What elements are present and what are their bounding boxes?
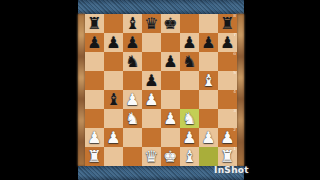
square-d3[interactable] xyxy=(142,109,161,128)
square-g5[interactable]: ♝ xyxy=(199,71,218,90)
square-a4[interactable] xyxy=(85,90,104,109)
black-pawn-g7[interactable]: ♟ xyxy=(199,33,218,52)
white-pawn-d4[interactable]: ♟ xyxy=(142,90,161,109)
square-f2[interactable]: ♟ xyxy=(180,128,199,147)
rank-label-7: 7 xyxy=(233,33,236,37)
square-g6[interactable] xyxy=(199,52,218,71)
square-a3[interactable] xyxy=(85,109,104,128)
square-b7[interactable]: ♟ xyxy=(104,33,123,52)
white-bishop-g5[interactable]: ♝ xyxy=(199,71,218,90)
square-h6[interactable]: 6 xyxy=(218,52,237,71)
square-h3[interactable]: 3 xyxy=(218,109,237,128)
square-e5[interactable] xyxy=(161,71,180,90)
rank-label-3: 3 xyxy=(233,109,236,113)
square-a2[interactable]: ♟ xyxy=(85,128,104,147)
square-e7[interactable] xyxy=(161,33,180,52)
square-d8[interactable]: ♛ xyxy=(142,14,161,33)
square-e8[interactable]: ♚ xyxy=(161,14,180,33)
square-g4[interactable] xyxy=(199,90,218,109)
square-e4[interactable] xyxy=(161,90,180,109)
square-a1[interactable]: ♜ xyxy=(85,147,104,166)
square-c2[interactable] xyxy=(123,128,142,147)
black-knight-f6[interactable]: ♞ xyxy=(180,52,199,71)
black-queen-d8[interactable]: ♛ xyxy=(142,14,161,33)
square-f3[interactable]: ♞ xyxy=(180,109,199,128)
square-a6[interactable] xyxy=(85,52,104,71)
square-e2[interactable] xyxy=(161,128,180,147)
video-frame: ♜♝♛♚♜8♟♟♟♟♟♟7♞♟♞6♟♝5♝♟♟4♞♟♞3♟♟♟♟♟2♜♛♚♝♜1… xyxy=(0,0,320,180)
square-b8[interactable] xyxy=(104,14,123,33)
square-h8[interactable]: ♜8 xyxy=(218,14,237,33)
square-b2[interactable]: ♟ xyxy=(104,128,123,147)
square-b5[interactable] xyxy=(104,71,123,90)
square-c7[interactable]: ♟ xyxy=(123,33,142,52)
white-pawn-b2[interactable]: ♟ xyxy=(104,128,123,147)
square-d2[interactable] xyxy=(142,128,161,147)
square-g7[interactable]: ♟ xyxy=(199,33,218,52)
inshot-watermark: InShot xyxy=(214,165,249,175)
chess-board[interactable]: ♜♝♛♚♜8♟♟♟♟♟♟7♞♟♞6♟♝5♝♟♟4♞♟♞3♟♟♟♟♟2♜♛♚♝♜1 xyxy=(85,14,237,166)
square-g1[interactable] xyxy=(199,147,218,166)
black-pawn-b7[interactable]: ♟ xyxy=(104,33,123,52)
black-bishop-b4[interactable]: ♝ xyxy=(104,90,123,109)
square-g3[interactable] xyxy=(199,109,218,128)
square-c3[interactable]: ♞ xyxy=(123,109,142,128)
black-pawn-a7[interactable]: ♟ xyxy=(85,33,104,52)
rank-label-1: 1 xyxy=(233,147,236,151)
square-h7[interactable]: ♟7 xyxy=(218,33,237,52)
square-h1[interactable]: ♜1 xyxy=(218,147,237,166)
square-h4[interactable]: 4 xyxy=(218,90,237,109)
black-king-e8[interactable]: ♚ xyxy=(161,14,180,33)
white-pawn-f2[interactable]: ♟ xyxy=(180,128,199,147)
square-b3[interactable] xyxy=(104,109,123,128)
black-pawn-d5[interactable]: ♟ xyxy=(142,71,161,90)
square-c5[interactable] xyxy=(123,71,142,90)
square-h5[interactable]: 5 xyxy=(218,71,237,90)
square-c6[interactable]: ♞ xyxy=(123,52,142,71)
square-c4[interactable]: ♟ xyxy=(123,90,142,109)
square-b4[interactable]: ♝ xyxy=(104,90,123,109)
video-content-strip: ♜♝♛♚♜8♟♟♟♟♟♟7♞♟♞6♟♝5♝♟♟4♞♟♞3♟♟♟♟♟2♜♛♚♝♜1… xyxy=(78,0,244,180)
square-c8[interactable]: ♝ xyxy=(123,14,142,33)
square-a7[interactable]: ♟ xyxy=(85,33,104,52)
square-d6[interactable] xyxy=(142,52,161,71)
rank-label-4: 4 xyxy=(233,90,236,94)
square-g2[interactable]: ♟ xyxy=(199,128,218,147)
top-letterbox-bar xyxy=(78,0,244,14)
square-c1[interactable] xyxy=(123,147,142,166)
square-d7[interactable] xyxy=(142,33,161,52)
square-h2[interactable]: ♟2 xyxy=(218,128,237,147)
white-knight-c3[interactable]: ♞ xyxy=(123,109,142,128)
square-f4[interactable] xyxy=(180,90,199,109)
rank-label-5: 5 xyxy=(233,71,236,75)
square-d5[interactable]: ♟ xyxy=(142,71,161,90)
white-pawn-g2[interactable]: ♟ xyxy=(199,128,218,147)
white-bishop-f1[interactable]: ♝ xyxy=(180,147,199,166)
white-pawn-a2[interactable]: ♟ xyxy=(85,128,104,147)
white-pawn-e3[interactable]: ♟ xyxy=(161,109,180,128)
black-pawn-f7[interactable]: ♟ xyxy=(180,33,199,52)
square-e1[interactable]: ♚ xyxy=(161,147,180,166)
black-rook-a8[interactable]: ♜ xyxy=(85,14,104,33)
square-e3[interactable]: ♟ xyxy=(161,109,180,128)
black-knight-c6[interactable]: ♞ xyxy=(123,52,142,71)
square-a5[interactable] xyxy=(85,71,104,90)
square-b1[interactable] xyxy=(104,147,123,166)
square-f1[interactable]: ♝ xyxy=(180,147,199,166)
rank-label-2: 2 xyxy=(233,128,236,132)
white-king-e1[interactable]: ♚ xyxy=(161,147,180,166)
white-rook-a1[interactable]: ♜ xyxy=(85,147,104,166)
right-blur-edge xyxy=(237,14,244,166)
white-pawn-c4[interactable]: ♟ xyxy=(123,90,142,109)
square-f6[interactable]: ♞ xyxy=(180,52,199,71)
rank-label-6: 6 xyxy=(233,52,236,56)
square-d4[interactable]: ♟ xyxy=(142,90,161,109)
square-g8[interactable] xyxy=(199,14,218,33)
white-queen-d1[interactable]: ♛ xyxy=(142,147,161,166)
rank-label-8: 8 xyxy=(233,14,236,18)
square-f7[interactable]: ♟ xyxy=(180,33,199,52)
square-f8[interactable] xyxy=(180,14,199,33)
white-knight-f3[interactable]: ♞ xyxy=(180,109,199,128)
square-e6[interactable]: ♟ xyxy=(161,52,180,71)
square-d1[interactable]: ♛ xyxy=(142,147,161,166)
black-bishop-c8[interactable]: ♝ xyxy=(123,14,142,33)
black-pawn-e6[interactable]: ♟ xyxy=(161,52,180,71)
black-pawn-c7[interactable]: ♟ xyxy=(123,33,142,52)
left-blur-edge xyxy=(78,14,85,166)
square-f5[interactable] xyxy=(180,71,199,90)
square-a8[interactable]: ♜ xyxy=(85,14,104,33)
square-b6[interactable] xyxy=(104,52,123,71)
